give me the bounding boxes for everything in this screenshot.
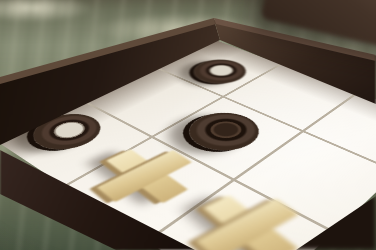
photo-canvas xyxy=(0,0,376,250)
